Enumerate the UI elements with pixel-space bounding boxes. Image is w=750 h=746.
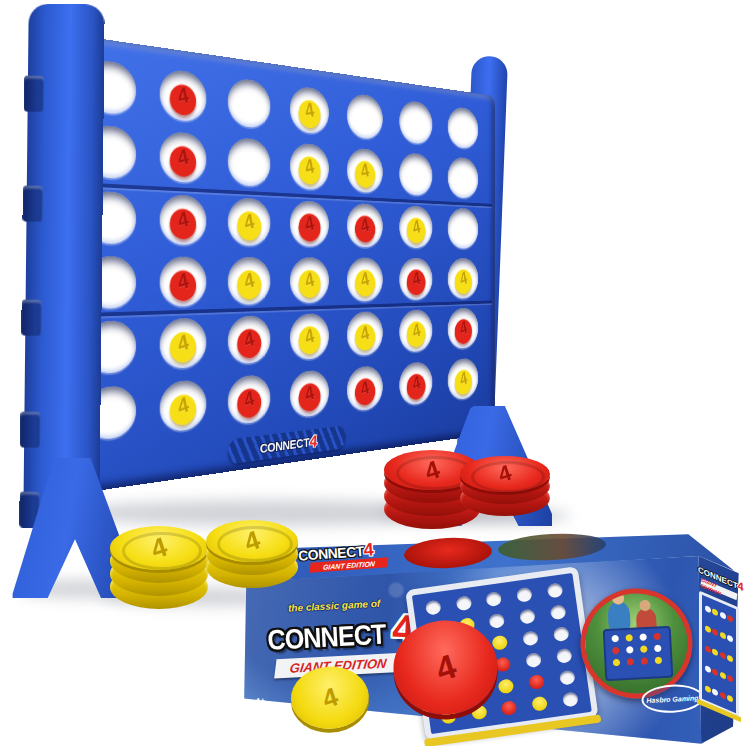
yellow-disc-dot (720, 631, 726, 640)
yellow-disc-dot (727, 694, 733, 703)
yellow-disc: ● (164, 379, 201, 432)
empty-hole-dot (455, 595, 472, 611)
red-disc-dot (712, 628, 718, 637)
red-disc: ● (294, 200, 325, 246)
yellow-disc: ● (232, 197, 266, 245)
empty-hole-dot (559, 670, 576, 686)
box-front-art: the classic game of CONNECT4 GIANT EDITI… (231, 517, 750, 746)
board-hole (399, 152, 432, 196)
box-logo-connect: CONNECT (267, 619, 387, 657)
cell-r1c3 (220, 72, 278, 133)
board-hole (399, 100, 432, 146)
board-left-support (23, 4, 104, 525)
empty-hole-dot (516, 587, 533, 603)
empty-hole-dot (727, 634, 733, 643)
yellow-disc-dot (705, 685, 711, 694)
pillar-notch (21, 300, 41, 336)
base-logo-four: 4 (309, 431, 318, 451)
box-end-art: CONNECT4 GIANT EDITION (698, 558, 740, 746)
yellow-disc-dot (712, 648, 718, 657)
board-hole (448, 106, 479, 150)
red-disc: ● (164, 257, 201, 307)
red-disc: ● (351, 365, 379, 411)
product-box: CONNECT4 GIANT EDITION the classic game … (236, 530, 750, 746)
connect4-board: ●4●4●4●4●4●4●4●4●4●4●4●4●4●4●4●4●4●4●4●4… (54, 32, 495, 497)
empty-hole-dot (486, 591, 503, 607)
yellow-disc-stack: 4 (110, 526, 208, 609)
red-disc-dot (727, 614, 733, 623)
cell-r3c4: ●4 (283, 196, 336, 250)
empty-hole-dot (525, 652, 542, 668)
cell-r4c6: ●4 (393, 255, 438, 304)
cell-r3c6: ●4 (393, 202, 438, 252)
board-hole (347, 93, 383, 141)
empty-hole-dot (705, 665, 711, 674)
yellow-disc-stack: 4 (206, 520, 298, 588)
empty-hole-dot (550, 604, 567, 620)
red-disc-dot (495, 656, 512, 672)
cell-r4c5: ●4 (340, 254, 389, 305)
cell-r6c5: ●4 (340, 361, 389, 416)
box-end-board-graphic (699, 590, 739, 717)
board-hole (448, 207, 479, 248)
board-hole (448, 157, 479, 199)
empty-hole-dot (547, 583, 564, 599)
yellow-disc-dot (705, 625, 711, 634)
yellow-disc-dot (532, 696, 549, 712)
red-disc-dot (501, 700, 518, 716)
yellow-disc: 4 (206, 520, 298, 562)
cell-r2c7 (442, 153, 484, 202)
yellow-disc-dot (492, 635, 509, 651)
cell-r3c2: ●4 (151, 189, 215, 248)
red-disc-dot (720, 691, 726, 700)
yellow-disc: ● (403, 205, 429, 248)
box-age-rating: 4+ (255, 696, 266, 707)
cell-r1c6 (393, 95, 438, 148)
cell-r4c2: ●4 (151, 253, 215, 312)
yellow-disc: ● (451, 258, 475, 299)
yellow-disc: ● (351, 312, 379, 357)
yellow-disc: ● (451, 358, 475, 401)
yellow-disc: ● (294, 143, 325, 191)
disc-number: 4 (318, 681, 341, 715)
cell-r1c7 (442, 102, 484, 153)
empty-hole-dot (705, 605, 711, 614)
board-grid: ●4●4●4●4●4●4●4●4●4●4●4●4●4●4●4●4●4●4●4●4… (75, 53, 484, 447)
yellow-disc-dot (727, 654, 733, 663)
red-disc: ● (351, 203, 379, 247)
product-photo-scene: ●4●4●4●4●4●4●4●4●4●4●4●4●4●4●4●4●4●4●4●4… (0, 0, 750, 746)
red-disc: ● (164, 69, 201, 123)
empty-hole-dot (519, 609, 536, 625)
cell-r4c7: ●4 (442, 255, 484, 302)
cell-r6c7: ●4 (442, 354, 484, 404)
board-frame: ●4●4●4●4●4●4●4●4●4●4●4●4●4●4●4●4●4●4●4●4… (54, 32, 495, 497)
pillar-notch (24, 76, 44, 112)
yellow-disc-dot (712, 608, 718, 617)
cell-r3c5: ●4 (340, 199, 389, 251)
empty-hole-dot (489, 613, 506, 629)
empty-hole-dot (553, 626, 570, 642)
pillar-notch (22, 186, 42, 222)
yellow-disc: ● (294, 313, 325, 360)
cell-r6c4: ●4 (283, 365, 336, 422)
cell-r2c2: ●4 (151, 126, 215, 188)
yellow-disc: 4 (110, 526, 208, 570)
red-disc-dot (528, 674, 545, 690)
red-disc: ● (232, 374, 266, 425)
yellow-disc-dot (498, 678, 515, 694)
yellow-disc-dot (720, 671, 726, 680)
empty-hole-dot (556, 648, 573, 664)
cell-r2c5: ●4 (340, 144, 389, 198)
cell-r6c3: ●4 (220, 370, 278, 430)
photo-mini-board (603, 626, 674, 681)
red-disc-stack: 4 (460, 456, 550, 516)
yellow-disc: ● (164, 318, 201, 370)
red-disc: ● (164, 194, 201, 245)
red-disc-dot (705, 645, 711, 654)
empty-hole-dot (712, 688, 718, 697)
red-disc: ● (451, 308, 475, 349)
empty-hole-dot (562, 691, 579, 707)
cell-r4c3: ●4 (220, 253, 278, 309)
cell-r6c6: ●4 (393, 357, 438, 410)
yellow-disc: ● (294, 257, 325, 303)
yellow-disc: ● (294, 86, 325, 135)
cell-r2c6 (393, 149, 438, 201)
cell-r3c3: ●4 (220, 193, 278, 250)
empty-hole-dot (720, 611, 726, 620)
red-disc: ● (232, 316, 266, 365)
yellow-disc: ● (351, 148, 379, 194)
red-disc: ● (164, 131, 201, 183)
yellow-disc: ● (351, 258, 379, 302)
yellow-disc: ● (232, 257, 266, 305)
empty-hole-dot (425, 600, 442, 616)
cell-r3c7 (442, 204, 484, 252)
red-disc-dot (720, 651, 726, 660)
red-disc-dot (727, 674, 733, 683)
box-end-logo-four: 4 (738, 579, 744, 594)
cell-r2c4: ●4 (283, 138, 336, 194)
disc-number: 4 (430, 646, 460, 689)
board-hole (228, 77, 271, 129)
cell-r4c4: ●4 (283, 254, 336, 307)
red-disc: ● (403, 258, 429, 300)
board-hole (228, 137, 271, 188)
cell-r6c2: ●4 (151, 374, 215, 437)
cell-r2c3 (220, 133, 278, 192)
base-logo-connect: CONNECT (260, 434, 309, 455)
red-disc-dot (712, 668, 718, 677)
box-end-board-grid (704, 598, 734, 711)
empty-hole-dot (522, 630, 539, 646)
yellow-disc: ● (403, 310, 429, 353)
pillar-notch (20, 412, 40, 448)
red-disc: ● (403, 361, 429, 405)
red-disc: 4 (460, 456, 550, 492)
red-disc: ● (294, 369, 325, 417)
